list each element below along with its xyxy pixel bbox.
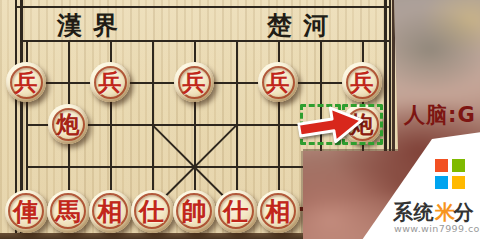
piece-仕-d1[interactable]: 仕 [131,190,174,233]
piece-glyph: 兵 [174,62,214,102]
piece-glyph: 仕 [131,190,174,233]
piece-glyph: 兵 [258,62,298,102]
board-cut-edge-vertical [301,151,303,239]
grid-line [389,0,391,152]
piece-兵-g4[interactable]: 兵 [258,62,298,102]
river-label-han: 漢界 [57,9,129,42]
piece-仕-f1[interactable]: 仕 [215,190,258,233]
watermark-brand: 系统米分 [393,199,474,226]
piece-glyph: 兵 [6,62,46,102]
logo-square-yellow [452,176,465,189]
screenshot-canvas: 漢界 楚河 兵兵兵兵兵炮炮俥馬相仕帥仕相 人脑:G 系统米分 www.win79… [0,0,480,239]
piece-炮-b3[interactable]: 炮 [48,104,88,144]
board-bottom-shadow [0,233,303,239]
piece-glyph: 俥 [5,190,48,233]
piece-相-c1[interactable]: 相 [89,190,132,233]
logo-square-blue [435,176,448,189]
grid-line [15,6,391,8]
piece-相-g1[interactable]: 相 [257,190,300,233]
piece-俥-a1[interactable]: 俥 [5,190,48,233]
piece-馬-b1[interactable]: 馬 [47,190,90,233]
grid-line [384,0,387,152]
piece-兵-a4[interactable]: 兵 [6,62,46,102]
watermark-url: www.win7999.com [394,223,480,234]
river-label-chu: 楚河 [267,9,339,42]
brand-mi: 米 [435,200,456,224]
windows-logo-icon [435,159,465,189]
brand-suffix: 分 [454,200,475,224]
logo-square-green [452,159,465,172]
piece-glyph: 馬 [47,190,90,233]
piece-glyph: 帥 [173,190,216,233]
piece-兵-e4[interactable]: 兵 [174,62,214,102]
piece-glyph: 相 [257,190,300,233]
move-arrow-icon [298,104,366,150]
side-panel-label: 人脑:G [404,101,476,129]
piece-兵-c4[interactable]: 兵 [90,62,130,102]
brand-prefix: 系统 [393,200,434,224]
piece-帥-e1[interactable]: 帥 [173,190,216,233]
piece-glyph: 相 [89,190,132,233]
piece-glyph: 仕 [215,190,258,233]
piece-glyph: 兵 [90,62,130,102]
piece-兵-i4[interactable]: 兵 [342,62,382,102]
piece-glyph: 炮 [48,104,88,144]
logo-square-red [435,159,448,172]
piece-glyph: 兵 [342,62,382,102]
board-right-edge [392,0,395,152]
